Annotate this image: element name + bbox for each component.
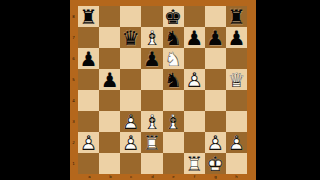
white-pawn-outline: ♙ — [78, 132, 99, 153]
square-g6[interactable] — [205, 48, 226, 69]
letterbox-left — [0, 0, 70, 180]
black-rook: ♜ — [226, 6, 247, 27]
square-b3[interactable] — [99, 111, 120, 132]
square-g4[interactable] — [205, 90, 226, 111]
white-knight: ♞ — [163, 48, 184, 69]
square-h3[interactable] — [226, 111, 247, 132]
white-rook: ♜ — [141, 132, 162, 153]
black-pawn: ♟ — [205, 27, 226, 48]
square-d2[interactable]: ♜♖ — [141, 132, 162, 153]
square-b2[interactable] — [99, 132, 120, 153]
letterbox-right — [256, 0, 320, 180]
square-a3[interactable] — [78, 111, 99, 132]
square-h6[interactable] — [226, 48, 247, 69]
black-knight: ♞ — [163, 69, 184, 90]
white-pawn: ♟ — [184, 69, 205, 90]
white-rook: ♜ — [184, 153, 205, 174]
white-bishop: ♝ — [141, 27, 162, 48]
white-pawn-outline: ♙ — [184, 69, 205, 90]
square-e2[interactable] — [163, 132, 184, 153]
square-d3[interactable]: ♝♗ — [141, 111, 162, 132]
square-c4[interactable] — [120, 90, 141, 111]
square-d6[interactable]: ♟ — [141, 48, 162, 69]
square-d8[interactable] — [141, 6, 162, 27]
square-g8[interactable] — [205, 6, 226, 27]
white-rook-outline: ♖ — [141, 132, 162, 153]
white-pawn-outline: ♙ — [205, 132, 226, 153]
square-e7[interactable]: ♞ — [163, 27, 184, 48]
black-pawn: ♟ — [141, 48, 162, 69]
square-a5[interactable] — [78, 69, 99, 90]
square-a7[interactable] — [78, 27, 99, 48]
black-king: ♚ — [163, 6, 184, 27]
square-b4[interactable] — [99, 90, 120, 111]
white-bishop: ♝ — [141, 111, 162, 132]
square-h4[interactable] — [226, 90, 247, 111]
white-pawn: ♟ — [120, 111, 141, 132]
square-e3[interactable]: ♝♗ — [163, 111, 184, 132]
square-g1[interactable]: ♚♔ — [205, 153, 226, 174]
square-c7[interactable]: ♛ — [120, 27, 141, 48]
white-bishop: ♝ — [163, 111, 184, 132]
square-e1[interactable] — [163, 153, 184, 174]
white-pawn-outline: ♙ — [120, 111, 141, 132]
black-pawn: ♟ — [78, 48, 99, 69]
white-pawn: ♟ — [120, 132, 141, 153]
square-f1[interactable]: ♜♖ — [184, 153, 205, 174]
white-bishop-outline: ♗ — [141, 111, 162, 132]
square-d1[interactable] — [141, 153, 162, 174]
white-bishop-outline: ♗ — [141, 27, 162, 48]
white-queen-outline: ♕ — [226, 69, 247, 90]
video-frame: ♜♚♜♛♝♗♞♟♟♟♟♟♞♘♟♞♟♙♛♕♟♙♝♗♝♗♟♙♟♙♜♖♟♙♟♙♜♖♚♔… — [0, 0, 320, 180]
square-a2[interactable]: ♟♙ — [78, 132, 99, 153]
square-g3[interactable] — [205, 111, 226, 132]
chess-board: ♜♚♜♛♝♗♞♟♟♟♟♟♞♘♟♞♟♙♛♕♟♙♝♗♝♗♟♙♟♙♜♖♟♙♟♙♜♖♚♔ — [78, 6, 247, 174]
square-a8[interactable]: ♜ — [78, 6, 99, 27]
square-f3[interactable] — [184, 111, 205, 132]
white-knight-outline: ♘ — [163, 48, 184, 69]
white-queen: ♛ — [226, 69, 247, 90]
square-d4[interactable] — [141, 90, 162, 111]
black-pawn: ♟ — [226, 27, 247, 48]
square-d5[interactable] — [141, 69, 162, 90]
square-b7[interactable] — [99, 27, 120, 48]
black-pawn: ♟ — [184, 27, 205, 48]
white-bishop-outline: ♗ — [163, 111, 184, 132]
white-pawn: ♟ — [78, 132, 99, 153]
square-f8[interactable] — [184, 6, 205, 27]
square-h8[interactable]: ♜ — [226, 6, 247, 27]
square-g7[interactable]: ♟ — [205, 27, 226, 48]
white-pawn: ♟ — [205, 132, 226, 153]
square-b6[interactable] — [99, 48, 120, 69]
white-king: ♚ — [205, 153, 226, 174]
square-a1[interactable] — [78, 153, 99, 174]
square-f5[interactable]: ♟♙ — [184, 69, 205, 90]
square-e8[interactable]: ♚ — [163, 6, 184, 27]
square-a4[interactable] — [78, 90, 99, 111]
square-b1[interactable] — [99, 153, 120, 174]
square-f4[interactable] — [184, 90, 205, 111]
black-queen: ♛ — [120, 27, 141, 48]
black-rook: ♜ — [78, 6, 99, 27]
square-f2[interactable] — [184, 132, 205, 153]
square-b8[interactable] — [99, 6, 120, 27]
square-e5[interactable]: ♞ — [163, 69, 184, 90]
white-pawn-outline: ♙ — [226, 132, 247, 153]
square-f7[interactable]: ♟ — [184, 27, 205, 48]
square-h7[interactable]: ♟ — [226, 27, 247, 48]
black-pawn: ♟ — [99, 69, 120, 90]
square-b5[interactable]: ♟ — [99, 69, 120, 90]
square-a6[interactable]: ♟ — [78, 48, 99, 69]
square-c6[interactable] — [120, 48, 141, 69]
white-pawn-outline: ♙ — [120, 132, 141, 153]
square-c8[interactable] — [120, 6, 141, 27]
square-e6[interactable]: ♞♘ — [163, 48, 184, 69]
square-d7[interactable]: ♝♗ — [141, 27, 162, 48]
square-h1[interactable] — [226, 153, 247, 174]
square-h5[interactable]: ♛♕ — [226, 69, 247, 90]
square-h2[interactable]: ♟♙ — [226, 132, 247, 153]
white-rook-outline: ♖ — [184, 153, 205, 174]
square-c2[interactable]: ♟♙ — [120, 132, 141, 153]
square-c1[interactable] — [120, 153, 141, 174]
white-pawn: ♟ — [226, 132, 247, 153]
square-g5[interactable] — [205, 69, 226, 90]
square-e4[interactable] — [163, 90, 184, 111]
square-c5[interactable] — [120, 69, 141, 90]
square-f6[interactable] — [184, 48, 205, 69]
square-g2[interactable]: ♟♙ — [205, 132, 226, 153]
black-knight: ♞ — [163, 27, 184, 48]
square-c3[interactable]: ♟♙ — [120, 111, 141, 132]
white-king-outline: ♔ — [205, 153, 226, 174]
